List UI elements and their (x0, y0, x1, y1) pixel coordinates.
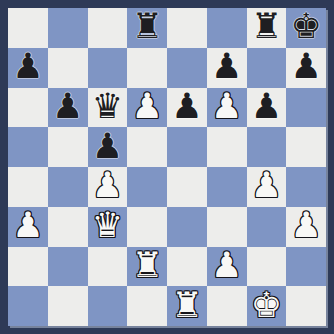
piece-black-pawn[interactable]: ♟ (251, 89, 282, 124)
square-b7[interactable] (48, 48, 88, 88)
board-grid: ♜♜♚♟♟♟♟♛♟♟♟♟♟♟♟♟♛♟♜♟♜♚ (8, 8, 326, 326)
piece-black-king[interactable]: ♚ (290, 9, 321, 44)
square-e7[interactable] (167, 48, 207, 88)
square-e8[interactable] (167, 8, 207, 48)
square-b3[interactable] (48, 207, 88, 247)
square-f4[interactable] (207, 167, 247, 207)
square-a2[interactable] (8, 247, 48, 287)
square-e2[interactable] (167, 247, 207, 287)
piece-white-pawn[interactable]: ♟ (211, 89, 242, 124)
square-d8[interactable]: ♜ (127, 8, 167, 48)
piece-white-rook[interactable]: ♜ (131, 248, 162, 283)
square-f3[interactable] (207, 207, 247, 247)
square-h7[interactable]: ♟ (286, 48, 326, 88)
square-h6[interactable] (286, 88, 326, 128)
piece-white-pawn[interactable]: ♟ (12, 208, 43, 243)
square-f7[interactable]: ♟ (207, 48, 247, 88)
square-d7[interactable] (127, 48, 167, 88)
square-c1[interactable] (88, 286, 128, 326)
piece-black-pawn[interactable]: ♟ (211, 49, 242, 84)
chess-board: ♜♜♚♟♟♟♟♛♟♟♟♟♟♟♟♟♛♟♜♟♜♚ (0, 0, 334, 334)
piece-white-pawn[interactable]: ♟ (290, 208, 321, 243)
square-d3[interactable] (127, 207, 167, 247)
square-h4[interactable] (286, 167, 326, 207)
piece-black-pawn[interactable]: ♟ (171, 89, 202, 124)
piece-white-queen[interactable]: ♛ (92, 208, 123, 243)
square-a6[interactable] (8, 88, 48, 128)
square-b8[interactable] (48, 8, 88, 48)
piece-black-pawn[interactable]: ♟ (52, 89, 83, 124)
square-g7[interactable] (247, 48, 287, 88)
square-h2[interactable] (286, 247, 326, 287)
square-e1[interactable]: ♜ (167, 286, 207, 326)
square-c4[interactable]: ♟ (88, 167, 128, 207)
square-d1[interactable] (127, 286, 167, 326)
square-a5[interactable] (8, 127, 48, 167)
square-b6[interactable]: ♟ (48, 88, 88, 128)
square-a4[interactable] (8, 167, 48, 207)
piece-white-pawn[interactable]: ♟ (131, 89, 162, 124)
piece-black-rook[interactable]: ♜ (251, 9, 282, 44)
square-h5[interactable] (286, 127, 326, 167)
square-a8[interactable] (8, 8, 48, 48)
square-b2[interactable] (48, 247, 88, 287)
square-e6[interactable]: ♟ (167, 88, 207, 128)
square-c5[interactable]: ♟ (88, 127, 128, 167)
square-g5[interactable] (247, 127, 287, 167)
square-b1[interactable] (48, 286, 88, 326)
square-a7[interactable]: ♟ (8, 48, 48, 88)
square-g6[interactable]: ♟ (247, 88, 287, 128)
square-g3[interactable] (247, 207, 287, 247)
square-f5[interactable] (207, 127, 247, 167)
square-g1[interactable]: ♚ (247, 286, 287, 326)
square-e5[interactable] (167, 127, 207, 167)
square-b5[interactable] (48, 127, 88, 167)
square-h3[interactable]: ♟ (286, 207, 326, 247)
square-d6[interactable]: ♟ (127, 88, 167, 128)
square-e3[interactable] (167, 207, 207, 247)
square-f2[interactable]: ♟ (207, 247, 247, 287)
square-h8[interactable]: ♚ (286, 8, 326, 48)
square-d2[interactable]: ♜ (127, 247, 167, 287)
piece-white-king[interactable]: ♚ (251, 288, 282, 323)
square-b4[interactable] (48, 167, 88, 207)
square-d4[interactable] (127, 167, 167, 207)
square-g8[interactable]: ♜ (247, 8, 287, 48)
square-g2[interactable] (247, 247, 287, 287)
square-c3[interactable]: ♛ (88, 207, 128, 247)
piece-white-pawn[interactable]: ♟ (251, 168, 282, 203)
piece-white-rook[interactable]: ♜ (171, 288, 202, 323)
piece-white-pawn[interactable]: ♟ (211, 248, 242, 283)
square-a1[interactable] (8, 286, 48, 326)
piece-black-queen[interactable]: ♛ (92, 89, 123, 124)
square-c8[interactable] (88, 8, 128, 48)
piece-black-pawn[interactable]: ♟ (12, 49, 43, 84)
square-c7[interactable] (88, 48, 128, 88)
piece-white-pawn[interactable]: ♟ (92, 168, 123, 203)
square-f6[interactable]: ♟ (207, 88, 247, 128)
square-h1[interactable] (286, 286, 326, 326)
square-c2[interactable] (88, 247, 128, 287)
square-g4[interactable]: ♟ (247, 167, 287, 207)
square-f1[interactable] (207, 286, 247, 326)
square-a3[interactable]: ♟ (8, 207, 48, 247)
piece-black-rook[interactable]: ♜ (131, 9, 162, 44)
square-c6[interactable]: ♛ (88, 88, 128, 128)
square-f8[interactable] (207, 8, 247, 48)
piece-black-pawn[interactable]: ♟ (290, 49, 321, 84)
piece-black-pawn[interactable]: ♟ (92, 129, 123, 164)
square-d5[interactable] (127, 127, 167, 167)
square-e4[interactable] (167, 167, 207, 207)
